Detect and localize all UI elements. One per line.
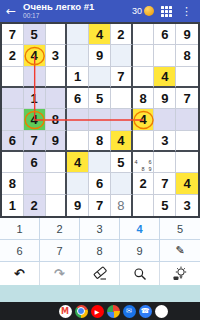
given-digit: 8 [52,112,59,127]
given-digit: 7 [9,27,16,42]
given-digit: 6 [161,27,168,42]
board-cell-r8c4[interactable] [67,173,89,194]
given-digit: 3 [183,198,190,213]
board-cell-r2c4[interactable] [67,45,89,66]
board-cell-r7c6[interactable]: 5 [111,152,133,173]
board-cell-r8c7[interactable]: 2 [133,173,155,194]
numpad-digit-7[interactable]: 7 [40,240,80,262]
overflow-menu-icon[interactable]: ⋮ [179,5,194,18]
board-cell-r5c5[interactable] [89,109,111,130]
board-cell-r9c1[interactable]: 1 [2,195,24,216]
pencil-mode-button[interactable]: ✎ [160,240,200,262]
photos-icon[interactable] [107,305,120,318]
given-digit: 2 [9,48,16,63]
undo-icon: ↶ [14,267,25,280]
board-cell-r2c9[interactable]: 8 [176,45,198,66]
coin-icon [144,6,154,16]
given-digit: 5 [117,155,124,170]
given-digit: 8 [183,48,190,63]
given-digit: 2 [31,198,38,213]
numpad-digit-3[interactable]: 3 [80,218,120,240]
numpad-digit-8[interactable]: 8 [80,240,120,262]
board-cell-r6c8[interactable]: 3 [154,131,176,152]
given-digit: 7 [117,69,124,84]
board-cell-r9c3[interactable] [46,195,68,216]
board-cell-r3c4[interactable]: 1 [67,67,89,88]
given-digit: 5 [96,91,103,106]
board-cell-r1c2[interactable]: 5 [24,24,46,45]
board-cell-r9c9[interactable]: 3 [176,195,198,216]
board-cell-r6c5[interactable]: 8 [89,131,111,152]
board-cell-r7c2[interactable]: 6 [24,152,46,173]
board-cell-r1c7[interactable] [133,24,155,45]
board-cell-r9c8[interactable]: 5 [154,195,176,216]
board-cell-r5c3[interactable]: 8 [46,109,68,130]
gmail-icon[interactable]: M [59,305,72,318]
numpad-digit-6[interactable]: 6 [0,240,40,262]
numpad-digit-1[interactable]: 1 [0,218,40,240]
given-digit: 7 [96,198,103,213]
chrome-icon[interactable] [75,305,88,318]
hint-button[interactable] [160,262,200,285]
board-cell-r3c6[interactable]: 7 [111,67,133,88]
given-digit: 1 [9,198,16,213]
board-cell-r8c9[interactable]: 4 [176,173,198,194]
title-block: Очень легко #1 00:17 [23,2,125,20]
given-digit: 6 [9,133,16,148]
app-screen: ← Очень легко #1 00:17 30 ⋮ 754269243981… [0,0,200,320]
given-digit: 5 [161,198,168,213]
board-cell-r7c3[interactable] [46,152,68,173]
magnifier-icon [133,267,147,281]
board-cell-r3c7[interactable] [133,67,155,88]
board-cell-r3c2[interactable] [24,67,46,88]
board-cell-r4c4[interactable]: 6 [67,88,89,109]
board-cell-r6c6[interactable]: 4 [111,131,133,152]
given-digit: 4 [31,112,38,127]
board-cell-r9c7[interactable] [133,195,155,216]
given-digit: 3 [161,133,168,148]
system-taskbar: M ▶ ✉ ☎ [0,302,200,320]
board-cell-r8c3[interactable] [46,173,68,194]
given-digit: 7 [183,91,190,106]
given-digit: 1 [74,69,81,84]
board-cell-r7c5[interactable] [89,152,111,173]
given-digit: 8 [9,176,16,191]
board-cell-r2c7[interactable] [133,45,155,66]
board-cell-r2c8[interactable] [154,45,176,66]
board-cell-r9c4[interactable]: 9 [67,195,89,216]
given-digit: 4 [31,48,38,63]
board-cell-r8c5[interactable]: 6 [89,173,111,194]
board-cell-r4c6[interactable] [111,88,133,109]
board-cell-r8c2[interactable] [24,173,46,194]
board-cell-r7c1[interactable] [2,152,24,173]
board-cell-r5c8[interactable] [154,109,176,130]
board-cell-r3c8[interactable]: 4 [154,67,176,88]
board-cell-r4c9[interactable]: 7 [176,88,198,109]
board-cell-r7c8[interactable] [154,152,176,173]
given-digit: 9 [74,198,81,213]
given-digit: 9 [183,27,190,42]
numpad-digit-5[interactable]: 5 [160,218,200,240]
board-cell-r1c3[interactable] [46,24,68,45]
top-bar: ← Очень легко #1 00:17 30 ⋮ [0,0,200,22]
given-digit: 4 [183,176,190,191]
board-cell-r4c7[interactable]: 8 [133,88,155,109]
board-cell-r8c8[interactable]: 7 [154,173,176,194]
board-cell-r2c5[interactable]: 9 [89,45,111,66]
given-digit: 4 [96,27,103,42]
board-cell-r8c1[interactable]: 8 [2,173,24,194]
board-cell-r4c1[interactable] [2,88,24,109]
board-cell-r1c6[interactable]: 2 [111,24,133,45]
board-cell-r9c2[interactable]: 2 [24,195,46,216]
undo-button[interactable]: ↶ [0,262,40,285]
board-cell-r1c4[interactable] [67,24,89,45]
given-digit: 2 [117,27,124,42]
board-cell-r9c5[interactable]: 7 [89,195,111,216]
board-cell-r2c3[interactable]: 3 [46,45,68,66]
given-digit: 8 [96,133,103,148]
redo-icon: ↷ [54,267,65,280]
board-cell-r3c5[interactable] [89,67,111,88]
given-digit: 4 [74,155,81,170]
board-cell-r4c5[interactable]: 5 [89,88,111,109]
given-digit: 6 [74,91,81,106]
board-cell-r6c3[interactable]: 9 [46,131,68,152]
board-cell-r4c2[interactable]: 1 [24,88,46,109]
numpad-digit-4[interactable]: 4 [120,218,160,240]
board-cell-r1c1[interactable]: 7 [2,24,24,45]
board-cell-r4c8[interactable]: 9 [154,88,176,109]
given-digit: 4 [161,69,168,84]
given-digit: 7 [161,176,168,191]
user-digit: 8 [117,198,124,213]
board-cell-r5c2[interactable]: 4 [24,109,46,130]
phone-icon[interactable]: ☎ [139,305,152,318]
levels-grid-icon[interactable] [161,6,172,17]
mail-icon[interactable]: ✉ [123,305,136,318]
given-digit: 2 [139,176,146,191]
board-cell-r3c3[interactable] [46,67,68,88]
board-cell-r2c6[interactable] [111,45,133,66]
toolbar: ↶ ↷ [0,262,200,285]
given-digit: 5 [31,27,38,42]
page-title: Очень легко #1 [23,2,125,12]
number-pad: 1 2 3 4 5 6 7 8 9 ✎ [0,218,200,262]
board-cell-r1c8[interactable]: 6 [154,24,176,45]
board-cell-r5c4[interactable] [67,109,89,130]
given-digit: 4 [117,133,124,148]
pencil-marks: 4689 [133,152,154,172]
pencil-icon: ✎ [175,244,184,257]
coin-counter[interactable]: 30 [132,6,154,16]
youtube-icon[interactable]: ▶ [91,305,104,318]
board-cell-r6c1[interactable]: 6 [2,131,24,152]
given-digit: 1 [31,91,38,106]
back-icon[interactable]: ← [6,4,16,18]
hint-bulb-icon [172,266,189,281]
eraser-icon [92,266,108,281]
eraser-button[interactable] [80,262,120,285]
board-cell-r3c1[interactable] [2,67,24,88]
board-cell-r6c9[interactable] [176,131,198,152]
board-cell-r9c6[interactable]: 8 [111,195,133,216]
coin-count: 30 [132,6,142,16]
given-digit: 4 [139,112,146,127]
given-digit: 8 [139,91,146,106]
app-drawer-icon[interactable] [155,305,168,318]
board-cell-r5c1[interactable] [2,109,24,130]
board-cell-r1c5[interactable]: 4 [89,24,111,45]
numpad-digit-9[interactable]: 9 [120,240,160,262]
timer: 00:17 [23,13,125,20]
redo-button[interactable]: ↷ [40,262,80,285]
board-cell-r6c7[interactable] [133,131,155,152]
board-cell-r8c6[interactable] [111,173,133,194]
given-digit: 9 [96,48,103,63]
given-digit: 7 [31,133,38,148]
given-digit: 3 [52,48,59,63]
board-cell-r7c7[interactable]: 4689 [133,152,155,173]
board-cell-r2c2[interactable]: 4 [24,45,46,66]
given-digit: 9 [52,133,59,148]
board-cell-r2c1[interactable]: 2 [2,45,24,66]
given-digit: 6 [96,176,103,191]
board-cell-r7c4[interactable]: 4 [67,152,89,173]
given-digit: 9 [161,91,168,106]
app-background [0,285,200,302]
numpad-digit-2[interactable]: 2 [40,218,80,240]
board-cell-r3c9[interactable] [176,67,198,88]
board-cell-r7c9[interactable] [176,152,198,173]
board-cell-r5c9[interactable] [176,109,198,130]
sudoku-board: 7542692439817416589748467984364546898627… [0,22,200,218]
board-cell-r1c9[interactable]: 9 [176,24,198,45]
board-cell-r6c4[interactable] [67,131,89,152]
board-cell-r4c3[interactable] [46,88,68,109]
board-cell-r6c2[interactable]: 7 [24,131,46,152]
given-digit: 6 [31,155,38,170]
board-cell-r5c6[interactable] [111,109,133,130]
magnifier-button[interactable] [120,262,160,285]
board-cell-r5c7[interactable]: 4 [133,109,155,130]
